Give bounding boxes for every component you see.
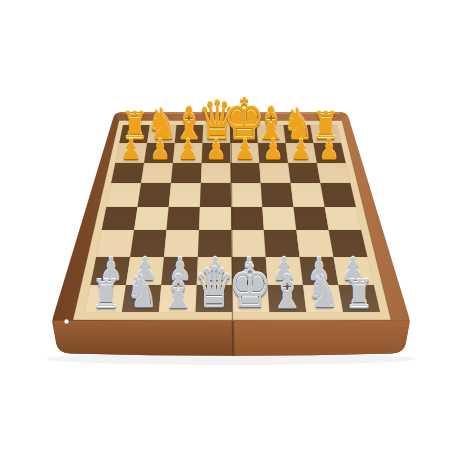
hinge-pin-dot <box>64 319 68 323</box>
travel-chess-set-photo: ♜♞♝♛♚♝♞♜♟♟♟♟♟♟♟♟♟♟♟♟♟♟♟♟♜♞♝♛♚♝♞♜ <box>0 0 450 450</box>
front-face-fold-seam <box>233 321 234 356</box>
chess-board <box>0 0 450 450</box>
board-front-face-right-grain <box>233 321 410 355</box>
